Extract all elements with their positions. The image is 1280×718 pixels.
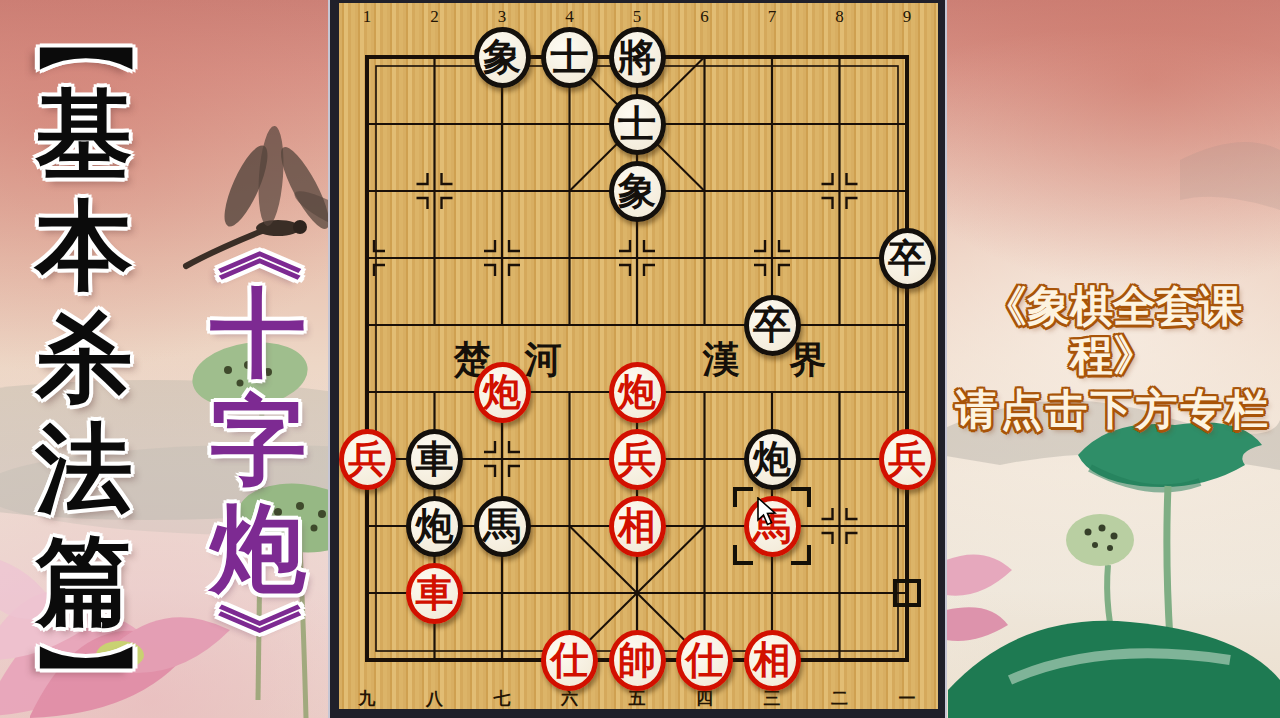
- piece-red-相-f7r10[interactable]: 相: [744, 630, 801, 691]
- top-coordinate-6: 6: [692, 8, 718, 25]
- banner-char: 【: [43, 1, 126, 77]
- banner-char: 字: [210, 394, 306, 490]
- piece-red-炮-f5r6[interactable]: 炮: [609, 362, 666, 423]
- banner-char: 》: [224, 602, 292, 670]
- top-coordinate-5: 5: [624, 8, 650, 25]
- bottom-coordinate-五: 五: [624, 690, 650, 707]
- banner-char: 篇: [36, 533, 133, 630]
- piece-red-車-f2r9[interactable]: 車: [406, 563, 463, 624]
- bottom-coordinate-一: 一: [894, 690, 920, 707]
- piece-red-仕-f6r10[interactable]: 仕: [676, 630, 733, 691]
- mist-right-top: [1180, 142, 1280, 210]
- bottom-coordinate-二: 二: [827, 690, 853, 707]
- piece-black-炮-f2r8[interactable]: 炮: [406, 496, 463, 557]
- banner-char: 杀: [36, 310, 133, 407]
- left-title-banner: 【基本杀法篇】: [20, 6, 148, 710]
- top-coordinate-2: 2: [422, 8, 448, 25]
- top-coordinate-4: 4: [557, 8, 583, 25]
- bottom-coordinate-四: 四: [692, 690, 718, 707]
- top-coordinate-9: 9: [894, 8, 920, 25]
- bottom-coordinate-三: 三: [759, 690, 785, 707]
- piece-red-相-f5r8[interactable]: 相: [609, 496, 666, 557]
- piece-black-馬-f3r8[interactable]: 馬: [474, 496, 531, 557]
- banner-char: 法: [36, 421, 133, 518]
- banner-char: 十: [210, 286, 306, 382]
- lotus-scene-right: [946, 423, 1280, 718]
- banner-char: 本: [36, 198, 133, 295]
- piece-black-卒-f7r5[interactable]: 卒: [744, 295, 801, 356]
- banner-char: 《: [224, 214, 292, 282]
- banner-char: 基: [36, 87, 133, 184]
- board-wood-surface[interactable]: 123456789九八七六五四三二一楚河漢界象士將士象卒卒炮炮兵車兵炮兵炮馬相馬…: [339, 3, 938, 709]
- promo-text: 《象棋全套课程》 请点击下方专栏: [946, 282, 1280, 434]
- series-title-banner: 《十字炮》: [194, 222, 322, 662]
- piece-black-車-f2r7[interactable]: 車: [406, 429, 463, 490]
- piece-black-炮-f7r7[interactable]: 炮: [744, 429, 801, 490]
- piece-black-象-f3r1[interactable]: 象: [474, 27, 531, 88]
- bottom-coordinate-八: 八: [422, 690, 448, 707]
- bottom-coordinate-六: 六: [557, 690, 583, 707]
- piece-black-將-f5r1[interactable]: 將: [609, 27, 666, 88]
- piece-red-兵-f9r7[interactable]: 兵: [879, 429, 936, 490]
- last-move-from-marker: [893, 579, 921, 607]
- top-coordinate-3: 3: [489, 8, 515, 25]
- promo-line1: 《象棋全套课程》: [946, 282, 1280, 381]
- piece-black-卒-f9r4[interactable]: 卒: [879, 228, 936, 289]
- piece-red-馬-f7r8[interactable]: 馬: [744, 496, 801, 557]
- piece-red-炮-f3r6[interactable]: 炮: [474, 362, 531, 423]
- piece-red-帥-f5r10[interactable]: 帥: [609, 630, 666, 691]
- piece-red-兵-f1r7[interactable]: 兵: [339, 429, 396, 490]
- river-label: 界: [788, 341, 828, 378]
- river-label: 河: [523, 341, 563, 378]
- top-coordinate-8: 8: [827, 8, 853, 25]
- banner-char: 】: [43, 639, 126, 715]
- xiangqi-board[interactable]: 123456789九八七六五四三二一楚河漢界象士將士象卒卒炮炮兵車兵炮兵炮馬相馬…: [330, 0, 945, 718]
- bottom-coordinate-九: 九: [354, 690, 380, 707]
- top-coordinate-7: 7: [759, 8, 785, 25]
- banner-char: 炮: [210, 502, 306, 598]
- piece-black-士-f4r1[interactable]: 士: [541, 27, 598, 88]
- bottom-coordinate-七: 七: [489, 690, 515, 707]
- page: { "game": "xiangqi", "page": { "left_ban…: [0, 0, 1280, 718]
- piece-red-仕-f4r10[interactable]: 仕: [541, 630, 598, 691]
- piece-black-士-f5r2[interactable]: 士: [609, 94, 666, 155]
- piece-black-象-f5r3[interactable]: 象: [609, 161, 666, 222]
- piece-red-兵-f5r7[interactable]: 兵: [609, 429, 666, 490]
- top-coordinate-1: 1: [354, 8, 380, 25]
- river-label: 漢: [701, 341, 741, 378]
- promo-line2: 请点击下方专栏: [946, 386, 1280, 434]
